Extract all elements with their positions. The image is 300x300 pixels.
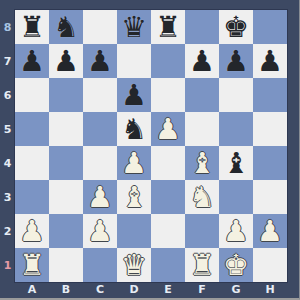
square-e1[interactable] (151, 248, 185, 282)
square-c4[interactable] (83, 146, 117, 180)
square-f3[interactable]: ♞ (185, 180, 219, 214)
rank-label-7: 7 (0, 44, 15, 78)
piece-white-pawn: ♟ (87, 180, 113, 214)
square-e8[interactable]: ♜ (151, 10, 185, 44)
piece-black-pawn: ♟ (223, 44, 249, 78)
square-a2[interactable]: ♟ (15, 214, 49, 248)
square-d3[interactable]: ♝ (117, 180, 151, 214)
file-label-f: F (185, 282, 219, 297)
square-c1[interactable] (83, 248, 117, 282)
piece-black-pawn: ♟ (121, 78, 147, 112)
square-e4[interactable] (151, 146, 185, 180)
square-g5[interactable] (219, 112, 253, 146)
square-h7[interactable]: ♟ (253, 44, 287, 78)
square-h2[interactable]: ♟ (253, 214, 287, 248)
square-f4[interactable]: ♝ (185, 146, 219, 180)
square-d7[interactable] (117, 44, 151, 78)
piece-black-pawn: ♟ (87, 44, 113, 78)
rank-label-3: 3 (0, 180, 15, 214)
square-d1[interactable]: ♛ (117, 248, 151, 282)
square-g3[interactable] (219, 180, 253, 214)
piece-black-pawn: ♟ (257, 44, 283, 78)
chess-board: ♜♞♛♜♚♟♟♟♟♟♟♟♞♟♟♝♝♟♝♞♟♟♟♟♜♛♜♚ (15, 10, 287, 282)
piece-black-knight: ♞ (53, 10, 79, 44)
piece-black-queen: ♛ (121, 10, 147, 44)
square-c3[interactable]: ♟ (83, 180, 117, 214)
square-d4[interactable]: ♟ (117, 146, 151, 180)
file-label-b: B (49, 282, 83, 297)
piece-black-king: ♚ (223, 10, 249, 44)
square-b8[interactable]: ♞ (49, 10, 83, 44)
piece-black-pawn: ♟ (19, 44, 45, 78)
square-e6[interactable] (151, 78, 185, 112)
piece-white-rook: ♜ (19, 248, 45, 282)
square-g6[interactable] (219, 78, 253, 112)
square-b3[interactable] (49, 180, 83, 214)
square-a7[interactable]: ♟ (15, 44, 49, 78)
square-e7[interactable] (151, 44, 185, 78)
file-labels: ABCDEFGH (15, 282, 287, 297)
square-a6[interactable] (15, 78, 49, 112)
file-label-a: A (15, 282, 49, 297)
square-h1[interactable] (253, 248, 287, 282)
piece-white-pawn: ♟ (121, 146, 147, 180)
piece-white-rook: ♜ (189, 248, 215, 282)
square-a4[interactable] (15, 146, 49, 180)
square-f8[interactable] (185, 10, 219, 44)
rank-label-8: 8 (0, 10, 15, 44)
square-c8[interactable] (83, 10, 117, 44)
rank-labels: 87654321 (0, 10, 15, 282)
square-e2[interactable] (151, 214, 185, 248)
square-f1[interactable]: ♜ (185, 248, 219, 282)
piece-white-knight: ♞ (189, 180, 215, 214)
square-f7[interactable]: ♟ (185, 44, 219, 78)
piece-black-pawn: ♟ (53, 44, 79, 78)
chess-board-frame: 87654321 ♜♞♛♜♚♟♟♟♟♟♟♟♞♟♟♝♝♟♝♞♟♟♟♟♜♛♜♚ AB… (0, 0, 300, 300)
square-h8[interactable] (253, 10, 287, 44)
piece-black-pawn: ♟ (189, 44, 215, 78)
square-e5[interactable]: ♟ (151, 112, 185, 146)
file-label-h: H (253, 282, 287, 297)
rank-label-1: 1 (0, 248, 15, 282)
square-c5[interactable] (83, 112, 117, 146)
file-label-e: E (151, 282, 185, 297)
square-b7[interactable]: ♟ (49, 44, 83, 78)
file-label-d: D (117, 282, 151, 297)
piece-white-pawn: ♟ (223, 214, 249, 248)
rank-label-2: 2 (0, 214, 15, 248)
square-e3[interactable] (151, 180, 185, 214)
piece-white-pawn: ♟ (257, 214, 283, 248)
piece-black-rook: ♜ (155, 10, 181, 44)
square-a5[interactable] (15, 112, 49, 146)
square-a1[interactable]: ♜ (15, 248, 49, 282)
square-h3[interactable] (253, 180, 287, 214)
square-b4[interactable] (49, 146, 83, 180)
square-d2[interactable] (117, 214, 151, 248)
piece-black-knight: ♞ (121, 112, 147, 146)
piece-white-pawn: ♟ (19, 214, 45, 248)
square-d6[interactable]: ♟ (117, 78, 151, 112)
file-label-c: C (83, 282, 117, 297)
square-g7[interactable]: ♟ (219, 44, 253, 78)
piece-white-pawn: ♟ (155, 112, 181, 146)
piece-white-queen: ♛ (121, 248, 147, 282)
square-h6[interactable] (253, 78, 287, 112)
piece-black-bishop: ♝ (223, 146, 249, 180)
square-c6[interactable] (83, 78, 117, 112)
square-f2[interactable] (185, 214, 219, 248)
square-c7[interactable]: ♟ (83, 44, 117, 78)
square-b2[interactable] (49, 214, 83, 248)
piece-black-rook: ♜ (19, 10, 45, 44)
square-h4[interactable] (253, 146, 287, 180)
piece-white-bishop: ♝ (121, 180, 147, 214)
square-b6[interactable] (49, 78, 83, 112)
square-d5[interactable]: ♞ (117, 112, 151, 146)
square-b5[interactable] (49, 112, 83, 146)
square-g2[interactable]: ♟ (219, 214, 253, 248)
square-f5[interactable] (185, 112, 219, 146)
piece-white-bishop: ♝ (189, 146, 215, 180)
square-g1[interactable]: ♚ (219, 248, 253, 282)
square-f6[interactable] (185, 78, 219, 112)
rank-label-4: 4 (0, 146, 15, 180)
rank-label-5: 5 (0, 112, 15, 146)
square-h5[interactable] (253, 112, 287, 146)
rank-label-6: 6 (0, 78, 15, 112)
square-c2[interactable]: ♟ (83, 214, 117, 248)
square-a8[interactable]: ♜ (15, 10, 49, 44)
square-g4[interactable]: ♝ (219, 146, 253, 180)
piece-white-king: ♚ (223, 248, 249, 282)
file-label-g: G (219, 282, 253, 297)
square-a3[interactable] (15, 180, 49, 214)
piece-white-pawn: ♟ (87, 214, 113, 248)
square-d8[interactable]: ♛ (117, 10, 151, 44)
square-b1[interactable] (49, 248, 83, 282)
square-g8[interactable]: ♚ (219, 10, 253, 44)
